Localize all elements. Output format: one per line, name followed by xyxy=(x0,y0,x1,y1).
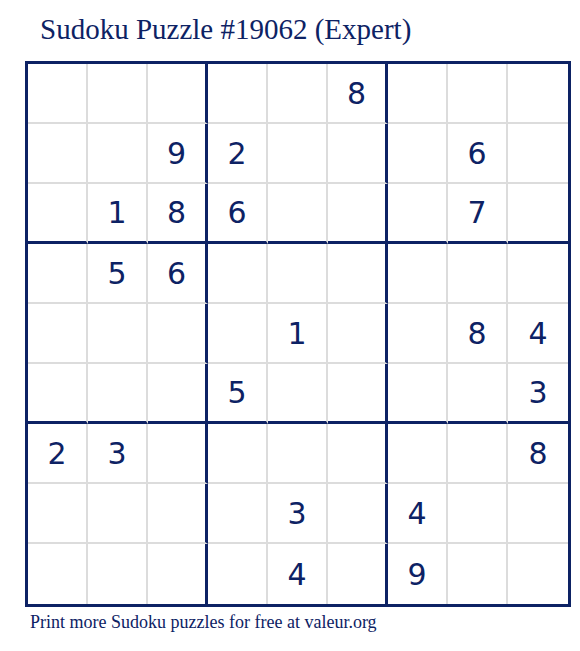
given-digit-r4c3: 6 xyxy=(148,244,208,304)
given-digit-r5c8: 8 xyxy=(448,304,508,364)
cell-r6c5 xyxy=(268,364,328,424)
given-digit-r8c7: 4 xyxy=(388,484,448,544)
cell-r7c4 xyxy=(208,424,268,484)
cell-r2c7 xyxy=(388,124,448,184)
cell-r6c2 xyxy=(88,364,148,424)
cell-r7c6 xyxy=(328,424,388,484)
cell-r8c3 xyxy=(148,484,208,544)
cell-r3c1 xyxy=(28,184,88,244)
cell-r9c3 xyxy=(148,544,208,604)
given-digit-r3c3: 8 xyxy=(148,184,208,244)
footer-text: Print more Sudoku puzzles for free at va… xyxy=(30,612,377,633)
given-digit-r2c3: 9 xyxy=(148,124,208,184)
cell-r5c6 xyxy=(328,304,388,364)
cell-r5c4 xyxy=(208,304,268,364)
cell-r8c6 xyxy=(328,484,388,544)
cell-r7c5 xyxy=(268,424,328,484)
cell-r1c7 xyxy=(388,64,448,124)
cell-r7c7 xyxy=(388,424,448,484)
given-digit-r6c9: 3 xyxy=(508,364,568,424)
cell-r4c6 xyxy=(328,244,388,304)
cell-r1c9 xyxy=(508,64,568,124)
cell-r5c7 xyxy=(388,304,448,364)
cell-r3c7 xyxy=(388,184,448,244)
cell-r3c9 xyxy=(508,184,568,244)
cell-r9c9 xyxy=(508,544,568,604)
cell-r5c2 xyxy=(88,304,148,364)
cell-r4c5 xyxy=(268,244,328,304)
given-digit-r7c1: 2 xyxy=(28,424,88,484)
cell-r1c3 xyxy=(148,64,208,124)
given-digit-r5c9: 4 xyxy=(508,304,568,364)
cell-r4c8 xyxy=(448,244,508,304)
cell-r6c6 xyxy=(328,364,388,424)
cell-r4c1 xyxy=(28,244,88,304)
given-digit-r3c8: 7 xyxy=(448,184,508,244)
cell-r2c9 xyxy=(508,124,568,184)
cell-r2c2 xyxy=(88,124,148,184)
cell-r9c1 xyxy=(28,544,88,604)
given-digit-r7c9: 8 xyxy=(508,424,568,484)
cell-r1c4 xyxy=(208,64,268,124)
cell-r1c1 xyxy=(28,64,88,124)
cell-r6c8 xyxy=(448,364,508,424)
cell-r1c2 xyxy=(88,64,148,124)
given-digit-r8c5: 3 xyxy=(268,484,328,544)
cell-r9c4 xyxy=(208,544,268,604)
cell-r8c9 xyxy=(508,484,568,544)
cell-r9c2 xyxy=(88,544,148,604)
cell-r6c1 xyxy=(28,364,88,424)
cell-r5c1 xyxy=(28,304,88,364)
page-title: Sudoku Puzzle #19062 (Expert) xyxy=(40,13,411,46)
cell-r9c8 xyxy=(448,544,508,604)
cell-r8c4 xyxy=(208,484,268,544)
given-digit-r9c7: 9 xyxy=(388,544,448,604)
cell-r1c8 xyxy=(448,64,508,124)
cell-r2c6 xyxy=(328,124,388,184)
cell-r1c5 xyxy=(268,64,328,124)
given-digit-r3c2: 1 xyxy=(88,184,148,244)
given-digit-r7c2: 3 xyxy=(88,424,148,484)
cell-r3c6 xyxy=(328,184,388,244)
cell-r4c4 xyxy=(208,244,268,304)
cell-r4c9 xyxy=(508,244,568,304)
given-digit-r5c5: 1 xyxy=(268,304,328,364)
given-digit-r2c4: 2 xyxy=(208,124,268,184)
given-digit-r2c8: 6 xyxy=(448,124,508,184)
page: Sudoku Puzzle #19062 (Expert) 8926186756… xyxy=(0,0,580,651)
cell-r7c8 xyxy=(448,424,508,484)
given-digit-r3c4: 6 xyxy=(208,184,268,244)
cell-r6c3 xyxy=(148,364,208,424)
given-digit-r9c5: 4 xyxy=(268,544,328,604)
cell-r4c7 xyxy=(388,244,448,304)
cell-r9c6 xyxy=(328,544,388,604)
cell-r8c8 xyxy=(448,484,508,544)
cell-r2c1 xyxy=(28,124,88,184)
cell-r7c3 xyxy=(148,424,208,484)
given-digit-r4c2: 5 xyxy=(88,244,148,304)
given-digit-r6c4: 5 xyxy=(208,364,268,424)
cell-r8c2 xyxy=(88,484,148,544)
cell-r2c5 xyxy=(268,124,328,184)
cell-r6c7 xyxy=(388,364,448,424)
given-digit-r1c6: 8 xyxy=(328,64,388,124)
cell-r3c5 xyxy=(268,184,328,244)
sudoku-grid: 8926186756184532383449 xyxy=(25,61,571,607)
cell-r8c1 xyxy=(28,484,88,544)
cell-r5c3 xyxy=(148,304,208,364)
